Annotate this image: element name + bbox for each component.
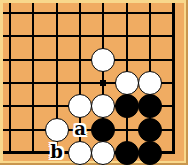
grid-line-v-7 [172, 3, 175, 154]
square-marker-icon [100, 80, 106, 86]
white-stone[interactable] [45, 118, 69, 142]
white-stone[interactable] [115, 71, 139, 95]
black-stone[interactable] [115, 94, 139, 118]
point-label-b[interactable]: b [50, 143, 63, 161]
white-stone[interactable] [91, 48, 115, 72]
point-label-a[interactable]: a [74, 120, 86, 138]
white-stone[interactable] [68, 94, 92, 118]
black-stone[interactable] [138, 141, 162, 165]
white-stone[interactable] [91, 141, 115, 165]
black-stone[interactable] [138, 118, 162, 142]
go-board: ab [3, 3, 184, 161]
black-stone[interactable] [91, 118, 115, 142]
white-stone[interactable] [91, 94, 115, 118]
grid-line-v-0 [9, 3, 11, 154]
white-stone[interactable] [68, 141, 92, 165]
go-diagram: ab [0, 0, 188, 165]
black-stone[interactable] [138, 94, 162, 118]
black-stone[interactable] [115, 141, 139, 165]
white-stone[interactable] [138, 71, 162, 95]
grid-line-v-1 [32, 3, 34, 154]
